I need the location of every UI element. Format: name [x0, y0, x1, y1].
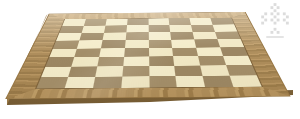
square-e4: [149, 48, 174, 57]
square-a4: [49, 48, 77, 57]
square-g3: [198, 56, 226, 66]
square-e3: [149, 56, 175, 66]
square-c4: [99, 48, 125, 57]
square-g2: [200, 65, 229, 75]
square-a5: [53, 40, 79, 48]
square-c2: [95, 66, 123, 77]
square-c5: [101, 40, 126, 48]
square-f1: [176, 76, 206, 87]
square-h2: [226, 65, 256, 75]
square-c1: [93, 77, 122, 88]
board-tilt-wrapper: [0, 0, 300, 119]
square-h5: [218, 39, 245, 47]
square-a3: [45, 57, 74, 67]
logo-caption-line: [266, 36, 284, 38]
chessboard-squares: [35, 18, 263, 89]
square-d2: [122, 66, 149, 77]
square-h1: [230, 75, 262, 86]
square-f5: [171, 39, 196, 47]
pixel-fleur-de-lis-logo-icon: [260, 3, 290, 37]
square-f2: [175, 66, 203, 76]
square-b5: [77, 40, 103, 48]
square-b3: [71, 57, 99, 67]
square-d1: [121, 76, 149, 87]
chessboard: [5, 12, 290, 99]
square-d5: [125, 40, 149, 48]
square-a1: [36, 77, 68, 88]
product-photo-stage: [0, 0, 300, 119]
square-f3: [173, 56, 200, 66]
square-b2: [68, 67, 97, 78]
square-g4: [196, 47, 223, 56]
square-e1: [149, 76, 177, 87]
square-b4: [74, 48, 101, 57]
square-h4: [220, 47, 248, 56]
square-e5: [148, 40, 172, 48]
square-c3: [97, 57, 124, 67]
square-d3: [123, 57, 149, 67]
square-h3: [223, 56, 252, 66]
square-d4: [124, 48, 149, 57]
square-a2: [41, 67, 71, 78]
square-e2: [149, 66, 176, 77]
square-g5: [194, 39, 220, 47]
square-b1: [65, 77, 95, 88]
square-f4: [172, 47, 198, 56]
square-g1: [203, 76, 234, 87]
